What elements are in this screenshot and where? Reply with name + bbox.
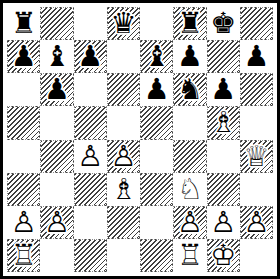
white-pawn-f2: ♙ xyxy=(174,207,205,238)
square-b8[interactable] xyxy=(40,7,73,40)
black-pawn-g6: ♟ xyxy=(207,73,240,106)
piece-halo: ♜ xyxy=(173,239,206,272)
white-pawn-h2: ♙ xyxy=(241,207,272,238)
square-h1[interactable] xyxy=(240,239,273,272)
piece-halo: ♞ xyxy=(174,74,205,105)
square-a5[interactable] xyxy=(7,106,40,139)
square-c8[interactable] xyxy=(74,7,107,40)
white-knight-f3: ♘ xyxy=(173,173,206,206)
piece-halo: ♛ xyxy=(241,141,272,172)
black-bishop-e7: ♝ xyxy=(141,41,172,72)
square-c5[interactable] xyxy=(74,106,107,139)
white-pawn-a2: ♙ xyxy=(7,206,40,239)
piece-halo: ♝ xyxy=(107,173,140,206)
square-e6[interactable]: ♟♟ xyxy=(140,73,173,106)
piece-halo: ♟ xyxy=(207,73,240,106)
chess-board: ♜♜♛♛♜♜♚♚♟♟♝♝♟♟♝♝♟♟♟♟♟♟♟♟♞♞♟♟♝♗♟♙♟♙♛♕♝♗♞♘… xyxy=(7,7,273,272)
piece-halo: ♚ xyxy=(208,240,239,271)
square-h2[interactable]: ♟♙ xyxy=(240,206,273,239)
black-pawn-c7: ♟ xyxy=(75,41,106,72)
square-g1[interactable]: ♚♔ xyxy=(207,239,240,272)
black-rook-f8: ♜ xyxy=(174,8,205,39)
square-h4[interactable]: ♛♕ xyxy=(240,140,273,173)
square-b3[interactable] xyxy=(40,173,73,206)
square-g3[interactable] xyxy=(207,173,240,206)
square-e1[interactable] xyxy=(140,239,173,272)
square-a4[interactable] xyxy=(7,140,40,173)
white-rook-a1: ♖ xyxy=(8,240,39,271)
piece-halo: ♟ xyxy=(140,73,173,106)
board-frame: ♜♜♛♛♜♜♚♚♟♟♝♝♟♟♝♝♟♟♟♟♟♟♟♟♞♞♟♟♝♗♟♙♟♙♛♕♝♗♞♘… xyxy=(0,0,280,279)
square-g2[interactable]: ♟♙ xyxy=(207,206,240,239)
square-e2[interactable] xyxy=(140,206,173,239)
square-h8[interactable] xyxy=(240,7,273,40)
square-c3[interactable] xyxy=(74,173,107,206)
piece-halo: ♟ xyxy=(7,206,40,239)
white-bishop-g5: ♗ xyxy=(208,107,239,138)
square-f8[interactable]: ♜♜ xyxy=(173,7,206,40)
black-pawn-a7: ♟ xyxy=(8,41,39,72)
piece-halo: ♟ xyxy=(108,141,139,172)
square-c7[interactable]: ♟♟ xyxy=(74,40,107,73)
piece-halo: ♜ xyxy=(8,240,39,271)
square-f5[interactable] xyxy=(173,106,206,139)
square-h7[interactable]: ♟♟ xyxy=(240,40,273,73)
black-pawn-h7: ♟ xyxy=(240,40,273,73)
square-f6[interactable]: ♞♞ xyxy=(173,73,206,106)
piece-halo: ♟ xyxy=(75,41,106,72)
piece-halo: ♟ xyxy=(241,207,272,238)
square-f1[interactable]: ♜♖ xyxy=(173,239,206,272)
piece-halo: ♚ xyxy=(207,7,240,40)
piece-halo: ♜ xyxy=(7,7,40,40)
square-c6[interactable] xyxy=(74,73,107,106)
square-a2[interactable]: ♟♙ xyxy=(7,206,40,239)
square-b2[interactable]: ♟♙ xyxy=(40,206,73,239)
white-pawn-b2: ♙ xyxy=(41,207,72,238)
square-g5[interactable]: ♝♗ xyxy=(207,106,240,139)
white-queen-h4: ♕ xyxy=(241,141,272,172)
square-g7[interactable] xyxy=(207,40,240,73)
square-a3[interactable] xyxy=(7,173,40,206)
square-a8[interactable]: ♜♜ xyxy=(7,7,40,40)
piece-halo: ♟ xyxy=(173,40,206,73)
square-f2[interactable]: ♟♙ xyxy=(173,206,206,239)
square-b5[interactable] xyxy=(40,106,73,139)
square-e5[interactable] xyxy=(140,106,173,139)
square-c1[interactable] xyxy=(74,239,107,272)
black-queen-d8: ♛ xyxy=(108,8,139,39)
square-b7[interactable]: ♝♝ xyxy=(40,40,73,73)
black-pawn-e6: ♟ xyxy=(140,73,173,106)
black-pawn-b6: ♟ xyxy=(41,74,72,105)
piece-halo: ♝ xyxy=(208,107,239,138)
square-d8[interactable]: ♛♛ xyxy=(107,7,140,40)
piece-halo: ♟ xyxy=(207,206,240,239)
square-a7[interactable]: ♟♟ xyxy=(7,40,40,73)
black-knight-f6: ♞ xyxy=(174,74,205,105)
chess-diagram: ♜♜♛♛♜♜♚♚♟♟♝♝♟♟♝♝♟♟♟♟♟♟♟♟♞♞♟♟♝♗♟♙♟♙♛♕♝♗♞♘… xyxy=(0,0,280,279)
white-bishop-d3: ♗ xyxy=(107,173,140,206)
square-b6[interactable]: ♟♟ xyxy=(40,73,73,106)
piece-halo: ♝ xyxy=(40,40,73,73)
piece-halo: ♝ xyxy=(141,41,172,72)
square-g4[interactable] xyxy=(207,140,240,173)
piece-halo: ♟ xyxy=(74,140,107,173)
black-king-g8: ♚ xyxy=(207,7,240,40)
square-d6[interactable] xyxy=(107,73,140,106)
square-a6[interactable] xyxy=(7,73,40,106)
square-b1[interactable] xyxy=(40,239,73,272)
square-h5[interactable] xyxy=(240,106,273,139)
square-e8[interactable] xyxy=(140,7,173,40)
square-d4[interactable]: ♟♙ xyxy=(107,140,140,173)
square-g6[interactable]: ♟♟ xyxy=(207,73,240,106)
white-pawn-c4: ♙ xyxy=(74,140,107,173)
piece-halo: ♛ xyxy=(108,8,139,39)
white-rook-f1: ♖ xyxy=(173,239,206,272)
square-e7[interactable]: ♝♝ xyxy=(140,40,173,73)
piece-halo: ♟ xyxy=(41,207,72,238)
square-f3[interactable]: ♞♘ xyxy=(173,173,206,206)
piece-halo: ♞ xyxy=(173,173,206,206)
square-e4[interactable] xyxy=(140,140,173,173)
piece-halo: ♟ xyxy=(174,207,205,238)
square-b4[interactable] xyxy=(40,140,73,173)
white-pawn-g2: ♙ xyxy=(207,206,240,239)
square-f7[interactable]: ♟♟ xyxy=(173,40,206,73)
black-rook-a8: ♜ xyxy=(7,7,40,40)
black-pawn-f7: ♟ xyxy=(173,40,206,73)
square-d3[interactable]: ♝♗ xyxy=(107,173,140,206)
square-h6[interactable] xyxy=(240,73,273,106)
square-e3[interactable] xyxy=(140,173,173,206)
square-c2[interactable] xyxy=(74,206,107,239)
white-king-g1: ♔ xyxy=(208,240,239,271)
square-h3[interactable] xyxy=(240,173,273,206)
square-c4[interactable]: ♟♙ xyxy=(74,140,107,173)
square-g8[interactable]: ♚♚ xyxy=(207,7,240,40)
piece-halo: ♟ xyxy=(41,74,72,105)
square-d5[interactable] xyxy=(107,106,140,139)
square-d1[interactable] xyxy=(107,239,140,272)
square-d2[interactable] xyxy=(107,206,140,239)
square-a1[interactable]: ♜♖ xyxy=(7,239,40,272)
piece-halo: ♜ xyxy=(174,8,205,39)
black-bishop-b7: ♝ xyxy=(40,40,73,73)
square-f4[interactable] xyxy=(173,140,206,173)
square-d7[interactable] xyxy=(107,40,140,73)
white-pawn-d4: ♙ xyxy=(108,141,139,172)
piece-halo: ♟ xyxy=(8,41,39,72)
piece-halo: ♟ xyxy=(240,40,273,73)
